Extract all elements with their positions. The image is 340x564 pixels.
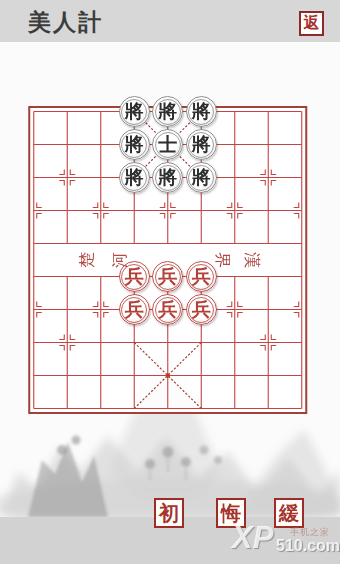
piece-char: 將 [158, 102, 177, 121]
piece-black-general[interactable]: 將 [119, 96, 150, 127]
piece-char: 兵 [158, 267, 177, 286]
undo-button[interactable]: 悔 [216, 498, 246, 528]
puzzle-title: 美人計 [28, 7, 103, 38]
piece-char: 將 [125, 135, 144, 154]
piece-black-general[interactable]: 將 [152, 162, 183, 193]
piece-char: 兵 [192, 300, 211, 319]
piece-char: 將 [192, 102, 211, 121]
river-label-jie: 界 [212, 250, 232, 270]
header-bar: 美人計 返 [0, 0, 340, 42]
xiangqi-puzzle-app: 美人計 返 [0, 0, 340, 564]
piece-red-soldier[interactable]: 兵 [186, 294, 217, 325]
piece-black-advisor[interactable]: 士 [152, 129, 183, 160]
back-button[interactable]: 返 [299, 11, 324, 36]
piece-black-general[interactable]: 將 [186, 162, 217, 193]
piece-char: 將 [192, 135, 211, 154]
piece-red-soldier[interactable]: 兵 [152, 261, 183, 292]
river-label-he: 河 [110, 250, 130, 270]
piece-char: 兵 [192, 267, 211, 286]
piece-char: 兵 [158, 300, 177, 319]
piece-red-soldier[interactable]: 兵 [152, 294, 183, 325]
piece-black-general[interactable]: 將 [152, 96, 183, 127]
river-label-han: 漢 [242, 250, 262, 270]
piece-char: 將 [158, 168, 177, 187]
piece-black-general[interactable]: 將 [119, 129, 150, 160]
piece-char: 士 [158, 135, 177, 154]
xiangqi-board[interactable]: 楚 河 界 漢 將將將將士將將將將兵兵兵兵兵兵 [17, 95, 319, 425]
piece-red-soldier[interactable]: 兵 [119, 294, 150, 325]
river-label-chu: 楚 [77, 250, 97, 270]
piece-black-general[interactable]: 將 [186, 96, 217, 127]
piece-char: 將 [125, 102, 144, 121]
piece-black-general[interactable]: 將 [186, 129, 217, 160]
pieces-grid[interactable]: 將將將將士將將將將兵兵兵兵兵兵 [17, 95, 319, 425]
piece-char: 兵 [125, 300, 144, 319]
piece-black-general[interactable]: 將 [119, 162, 150, 193]
restart-button[interactable]: 初 [154, 498, 184, 528]
piece-char: 將 [125, 168, 144, 187]
piece-char: 將 [192, 168, 211, 187]
slow-button[interactable]: 緩 [274, 498, 304, 528]
